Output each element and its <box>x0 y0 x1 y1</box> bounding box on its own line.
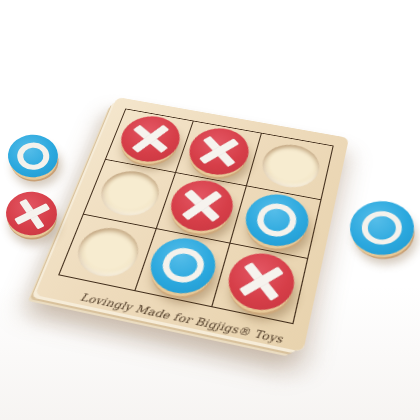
nought-mark-ring <box>253 200 300 239</box>
piece-x[interactable] <box>164 176 239 236</box>
piece-o[interactable] <box>144 233 223 299</box>
nought-mark-ring <box>360 210 403 246</box>
piece-o[interactable] <box>239 189 313 251</box>
empty-recess <box>94 167 165 221</box>
piece-x[interactable] <box>222 248 300 316</box>
empty-recess <box>70 223 145 282</box>
empty-recess <box>257 140 323 192</box>
nought-mark-ring <box>159 244 209 286</box>
piece-o[interactable] <box>6 133 60 179</box>
piece-x[interactable] <box>183 124 255 180</box>
tic-tac-toe-board: Lovingly Made for Bigjigs® Toys <box>35 97 349 352</box>
loose-piece-o-left-upper[interactable] <box>6 133 60 179</box>
loose-piece-x-left-lower[interactable] <box>5 191 59 237</box>
cell-r3c3[interactable] <box>213 244 307 323</box>
piece-x[interactable] <box>5 191 59 237</box>
piece-o[interactable] <box>348 199 416 256</box>
board-grid <box>58 108 334 324</box>
piece-x[interactable] <box>113 112 186 166</box>
cross-mark-bar <box>239 266 283 295</box>
loose-piece-o-right[interactable] <box>348 199 416 256</box>
nought-mark-ring <box>16 141 50 170</box>
product-photo-scene: Lovingly Made for Bigjigs® Toys <box>0 0 420 420</box>
